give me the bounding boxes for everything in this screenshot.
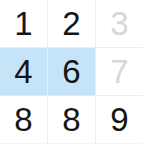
cell-r1c0[interactable]: 4 — [0, 48, 48, 96]
cell-r2c1[interactable]: 8 — [48, 96, 96, 144]
number-grid: 1 2 3 4 6 7 8 8 9 — [0, 0, 144, 144]
cell-r2c2[interactable]: 9 — [96, 96, 144, 144]
cell-r1c1[interactable]: 6 — [48, 48, 96, 96]
cell-r0c0[interactable]: 1 — [0, 0, 48, 48]
cell-r1c2[interactable]: 7 — [96, 48, 144, 96]
cell-r0c2[interactable]: 3 — [96, 0, 144, 48]
cell-r2c0[interactable]: 8 — [0, 96, 48, 144]
cell-r0c1[interactable]: 2 — [48, 0, 96, 48]
